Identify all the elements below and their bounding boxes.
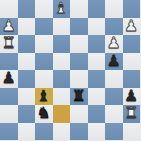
square-c1[interactable]: [35, 123, 53, 141]
black-rook-e3[interactable]: ♜: [72, 88, 86, 106]
black-pawn-g5[interactable]: ♟: [107, 53, 121, 71]
square-h6[interactable]: [123, 35, 141, 53]
square-h4[interactable]: [123, 70, 141, 88]
square-b2[interactable]: [18, 105, 36, 123]
square-a6[interactable]: ♜: [0, 35, 18, 53]
square-h1[interactable]: [123, 123, 141, 141]
square-f3[interactable]: [88, 88, 106, 106]
square-d6[interactable]: [53, 35, 71, 53]
square-d8[interactable]: ♝: [53, 0, 71, 18]
square-b5[interactable]: [18, 53, 36, 71]
square-f6[interactable]: [88, 35, 106, 53]
square-a4[interactable]: ♟: [0, 70, 18, 88]
square-d1[interactable]: [53, 123, 71, 141]
square-g4[interactable]: [105, 70, 123, 88]
square-d5[interactable]: [53, 53, 71, 71]
square-e6[interactable]: [70, 35, 88, 53]
square-f4[interactable]: [88, 70, 106, 88]
square-b1[interactable]: [18, 123, 36, 141]
square-b3[interactable]: [18, 88, 36, 106]
square-c5[interactable]: [35, 53, 53, 71]
white-rook-h2[interactable]: ♜: [124, 105, 138, 123]
white-pawn-h7[interactable]: ♟: [124, 18, 138, 36]
square-e4[interactable]: [70, 70, 88, 88]
square-a8[interactable]: [0, 0, 18, 18]
square-e1[interactable]: [70, 123, 88, 141]
square-f2[interactable]: [88, 105, 106, 123]
square-g5[interactable]: ♟: [105, 53, 123, 71]
square-b6[interactable]: [18, 35, 36, 53]
square-c3[interactable]: ♝: [35, 88, 53, 106]
black-pawn-h3[interactable]: ♟: [124, 88, 138, 106]
square-c4[interactable]: [35, 70, 53, 88]
square-d3[interactable]: [53, 88, 71, 106]
square-e7[interactable]: [70, 18, 88, 36]
chess-board: ♝♟♟♜♟♟♟♝♜♟♞♜: [0, 0, 140, 140]
square-b7[interactable]: [18, 18, 36, 36]
square-c2[interactable]: ♞: [35, 105, 53, 123]
square-c6[interactable]: [35, 35, 53, 53]
square-e2[interactable]: [70, 105, 88, 123]
square-a5[interactable]: [0, 53, 18, 71]
square-g7[interactable]: [105, 18, 123, 36]
white-bishop-d8[interactable]: ♝: [54, 0, 68, 18]
square-c7[interactable]: [35, 18, 53, 36]
black-bishop-c3[interactable]: ♝: [37, 88, 51, 106]
square-f7[interactable]: [88, 18, 106, 36]
black-pawn-a4[interactable]: ♟: [2, 70, 16, 88]
square-f8[interactable]: [88, 0, 106, 18]
square-h5[interactable]: [123, 53, 141, 71]
square-b8[interactable]: [18, 0, 36, 18]
square-g3[interactable]: [105, 88, 123, 106]
square-e8[interactable]: [70, 0, 88, 18]
square-g2[interactable]: [105, 105, 123, 123]
square-a1[interactable]: [0, 123, 18, 141]
black-knight-c2[interactable]: ♞: [37, 105, 51, 123]
white-pawn-g6[interactable]: ♟: [107, 35, 121, 53]
square-h3[interactable]: ♟: [123, 88, 141, 106]
square-a3[interactable]: [0, 88, 18, 106]
square-h8[interactable]: [123, 0, 141, 18]
square-h7[interactable]: ♟: [123, 18, 141, 36]
square-b4[interactable]: [18, 70, 36, 88]
square-e5[interactable]: [70, 53, 88, 71]
white-pawn-a7[interactable]: ♟: [2, 18, 16, 36]
square-f5[interactable]: [88, 53, 106, 71]
square-g8[interactable]: [105, 0, 123, 18]
square-d7[interactable]: [53, 18, 71, 36]
square-d4[interactable]: [53, 70, 71, 88]
white-rook-a6[interactable]: ♜: [2, 35, 16, 53]
square-g1[interactable]: [105, 123, 123, 141]
square-e3[interactable]: ♜: [70, 88, 88, 106]
square-a7[interactable]: ♟: [0, 18, 18, 36]
square-g6[interactable]: ♟: [105, 35, 123, 53]
square-h2[interactable]: ♜: [123, 105, 141, 123]
square-c8[interactable]: [35, 0, 53, 18]
square-f1[interactable]: [88, 123, 106, 141]
square-d2[interactable]: [53, 105, 71, 123]
square-a2[interactable]: [0, 105, 18, 123]
